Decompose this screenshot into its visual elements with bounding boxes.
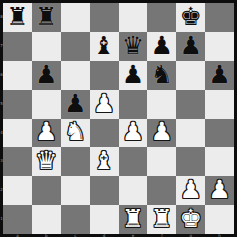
- square-c4[interactable]: ♞: [61, 119, 90, 148]
- file-label-c: c: [61, 234, 90, 237]
- square-f1[interactable]: ♜: [147, 205, 176, 234]
- square-h6[interactable]: ♟: [205, 61, 234, 90]
- square-g8[interactable]: ♚: [176, 3, 205, 32]
- black-pawn[interactable]: ♟: [35, 62, 57, 87]
- square-f7[interactable]: ♟: [147, 32, 176, 61]
- square-c8[interactable]: [61, 3, 90, 32]
- square-c7[interactable]: [61, 32, 90, 61]
- square-h3[interactable]: [205, 147, 234, 176]
- square-e5[interactable]: [119, 90, 148, 119]
- file-label-h: h: [205, 234, 234, 237]
- square-a8[interactable]: ♜: [3, 3, 32, 32]
- square-h2[interactable]: ♟: [205, 176, 234, 205]
- square-d8[interactable]: [90, 3, 119, 32]
- file-label-a: a: [3, 234, 32, 237]
- square-a5[interactable]: [3, 90, 32, 119]
- square-b5[interactable]: [32, 90, 61, 119]
- white-pawn[interactable]: ♟: [35, 119, 57, 144]
- square-d6[interactable]: [90, 61, 119, 90]
- square-e3[interactable]: [119, 147, 148, 176]
- black-bishop[interactable]: ♝: [93, 33, 115, 58]
- square-e6[interactable]: ♟: [119, 61, 148, 90]
- square-b7[interactable]: [32, 32, 61, 61]
- white-pawn[interactable]: ♟: [93, 91, 115, 116]
- square-b8[interactable]: ♜: [32, 3, 61, 32]
- square-b3[interactable]: ♛: [32, 147, 61, 176]
- square-g4[interactable]: [176, 119, 205, 148]
- square-a4[interactable]: [3, 119, 32, 148]
- black-pawn[interactable]: ♟: [151, 33, 173, 58]
- square-c1[interactable]: [61, 205, 90, 234]
- square-a1[interactable]: [3, 205, 32, 234]
- square-e1[interactable]: ♜: [119, 205, 148, 234]
- square-e2[interactable]: [119, 176, 148, 205]
- square-c3[interactable]: [61, 147, 90, 176]
- square-b2[interactable]: [32, 176, 61, 205]
- chess-board-window: ♜♜♚♝♛♟♟♟♟♞♟♟♟♟♞♟♟♛♝♟♟♜♜♚ 87654321abcdefg…: [0, 0, 237, 237]
- black-pawn[interactable]: ♟: [179, 33, 201, 58]
- square-f6[interactable]: ♞: [147, 61, 176, 90]
- white-pawn[interactable]: ♟: [208, 177, 230, 202]
- square-d2[interactable]: [90, 176, 119, 205]
- square-a2[interactable]: [3, 176, 32, 205]
- white-queen[interactable]: ♛: [35, 148, 57, 173]
- square-e4[interactable]: ♟: [119, 119, 148, 148]
- white-king[interactable]: ♚: [179, 206, 201, 231]
- black-rook[interactable]: ♜: [35, 4, 57, 29]
- chess-board: ♜♜♚♝♛♟♟♟♟♞♟♟♟♟♞♟♟♛♝♟♟♜♜♚: [3, 3, 234, 234]
- square-f4[interactable]: ♟: [147, 119, 176, 148]
- black-knight[interactable]: ♞: [151, 62, 173, 87]
- square-e7[interactable]: ♛: [119, 32, 148, 61]
- black-king[interactable]: ♚: [179, 4, 201, 29]
- white-pawn[interactable]: ♟: [122, 119, 144, 144]
- white-rook[interactable]: ♜: [122, 206, 144, 231]
- square-d1[interactable]: [90, 205, 119, 234]
- square-h5[interactable]: [205, 90, 234, 119]
- square-a7[interactable]: [3, 32, 32, 61]
- white-pawn[interactable]: ♟: [179, 177, 201, 202]
- square-d7[interactable]: ♝: [90, 32, 119, 61]
- file-label-g: g: [176, 234, 205, 237]
- square-b1[interactable]: [32, 205, 61, 234]
- square-d4[interactable]: [90, 119, 119, 148]
- white-pawn[interactable]: ♟: [151, 119, 173, 144]
- square-g3[interactable]: [176, 147, 205, 176]
- white-rook[interactable]: ♜: [151, 206, 173, 231]
- square-g6[interactable]: [176, 61, 205, 90]
- square-d5[interactable]: ♟: [90, 90, 119, 119]
- black-pawn[interactable]: ♟: [208, 62, 230, 87]
- square-b6[interactable]: ♟: [32, 61, 61, 90]
- square-h1[interactable]: [205, 205, 234, 234]
- square-c6[interactable]: [61, 61, 90, 90]
- square-d3[interactable]: ♝: [90, 147, 119, 176]
- white-knight[interactable]: ♞: [64, 119, 86, 144]
- square-g2[interactable]: ♟: [176, 176, 205, 205]
- black-queen[interactable]: ♛: [122, 33, 144, 58]
- black-pawn[interactable]: ♟: [122, 62, 144, 87]
- square-g7[interactable]: ♟: [176, 32, 205, 61]
- square-h7[interactable]: [205, 32, 234, 61]
- square-g1[interactable]: ♚: [176, 205, 205, 234]
- file-label-e: e: [119, 234, 148, 237]
- square-a3[interactable]: [3, 147, 32, 176]
- square-a6[interactable]: [3, 61, 32, 90]
- square-h8[interactable]: [205, 3, 234, 32]
- square-e8[interactable]: [119, 3, 148, 32]
- black-rook[interactable]: ♜: [6, 4, 28, 29]
- white-bishop[interactable]: ♝: [93, 148, 115, 173]
- square-g5[interactable]: [176, 90, 205, 119]
- file-label-d: d: [90, 234, 119, 237]
- square-f8[interactable]: [147, 3, 176, 32]
- square-f3[interactable]: [147, 147, 176, 176]
- square-f5[interactable]: [147, 90, 176, 119]
- black-pawn[interactable]: ♟: [64, 91, 86, 116]
- square-f2[interactable]: [147, 176, 176, 205]
- square-c5[interactable]: ♟: [61, 90, 90, 119]
- square-b4[interactable]: ♟: [32, 119, 61, 148]
- file-label-f: f: [147, 234, 176, 237]
- square-c2[interactable]: [61, 176, 90, 205]
- file-label-b: b: [32, 234, 61, 237]
- square-h4[interactable]: [205, 119, 234, 148]
